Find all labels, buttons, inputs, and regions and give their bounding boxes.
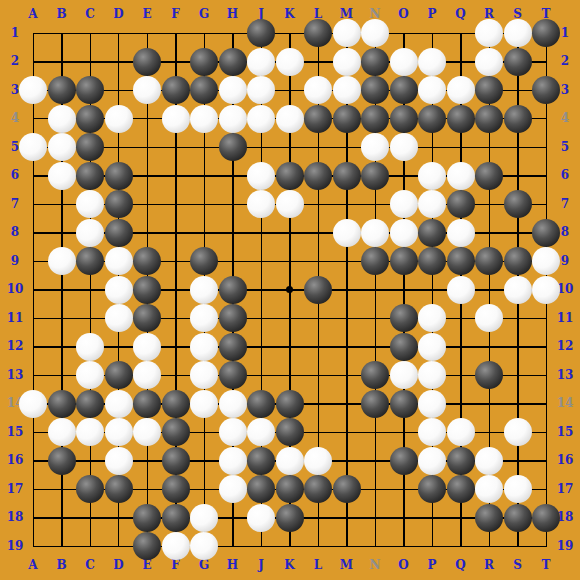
intersection-E19[interactable]: [133, 532, 162, 561]
intersection-N7[interactable]: [361, 190, 390, 219]
intersection-B18[interactable]: [47, 503, 76, 532]
intersection-L7[interactable]: [304, 190, 333, 219]
intersection-L5[interactable]: [304, 133, 333, 162]
intersection-M7[interactable]: [332, 190, 361, 219]
intersection-N19[interactable]: [361, 532, 390, 561]
intersection-C16[interactable]: [76, 446, 105, 475]
intersection-F4[interactable]: [161, 104, 190, 133]
intersection-T17[interactable]: [532, 475, 561, 504]
intersection-P6[interactable]: [418, 161, 447, 190]
intersection-G18[interactable]: [190, 503, 219, 532]
intersection-R19[interactable]: [475, 532, 504, 561]
intersection-Q11[interactable]: [446, 304, 475, 333]
intersection-S4[interactable]: [503, 104, 532, 133]
intersection-K2[interactable]: [275, 47, 304, 76]
intersection-J16[interactable]: [247, 446, 276, 475]
intersection-H2[interactable]: [218, 47, 247, 76]
intersection-F1[interactable]: [161, 19, 190, 48]
intersection-M3[interactable]: [332, 76, 361, 105]
intersection-B3[interactable]: [47, 76, 76, 105]
intersection-H11[interactable]: [218, 304, 247, 333]
intersection-N3[interactable]: [361, 76, 390, 105]
intersection-J15[interactable]: [247, 418, 276, 447]
intersection-D9[interactable]: [104, 247, 133, 276]
intersection-L16[interactable]: [304, 446, 333, 475]
intersection-L10[interactable]: [304, 275, 333, 304]
intersection-M10[interactable]: [332, 275, 361, 304]
intersection-P19[interactable]: [418, 532, 447, 561]
intersection-K12[interactable]: [275, 332, 304, 361]
intersection-A4[interactable]: [19, 104, 48, 133]
intersection-E5[interactable]: [133, 133, 162, 162]
intersection-E4[interactable]: [133, 104, 162, 133]
intersection-M12[interactable]: [332, 332, 361, 361]
intersection-R7[interactable]: [475, 190, 504, 219]
intersection-G1[interactable]: [190, 19, 219, 48]
intersection-L8[interactable]: [304, 218, 333, 247]
intersection-O2[interactable]: [389, 47, 418, 76]
intersection-N1[interactable]: [361, 19, 390, 48]
intersection-O3[interactable]: [389, 76, 418, 105]
intersection-N9[interactable]: [361, 247, 390, 276]
intersection-N4[interactable]: [361, 104, 390, 133]
intersection-A13[interactable]: [19, 361, 48, 390]
intersection-O14[interactable]: [389, 389, 418, 418]
intersection-O10[interactable]: [389, 275, 418, 304]
intersection-T6[interactable]: [532, 161, 561, 190]
intersection-P11[interactable]: [418, 304, 447, 333]
intersection-L9[interactable]: [304, 247, 333, 276]
intersection-Q9[interactable]: [446, 247, 475, 276]
intersection-L12[interactable]: [304, 332, 333, 361]
intersection-A1[interactable]: [19, 19, 48, 48]
intersection-D12[interactable]: [104, 332, 133, 361]
intersection-Q1[interactable]: [446, 19, 475, 48]
intersection-G2[interactable]: [190, 47, 219, 76]
intersection-P12[interactable]: [418, 332, 447, 361]
intersection-B9[interactable]: [47, 247, 76, 276]
intersection-E3[interactable]: [133, 76, 162, 105]
intersection-P18[interactable]: [418, 503, 447, 532]
intersection-B2[interactable]: [47, 47, 76, 76]
intersection-H1[interactable]: [218, 19, 247, 48]
intersection-J11[interactable]: [247, 304, 276, 333]
intersection-E9[interactable]: [133, 247, 162, 276]
intersection-G17[interactable]: [190, 475, 219, 504]
intersection-G16[interactable]: [190, 446, 219, 475]
intersection-D17[interactable]: [104, 475, 133, 504]
intersection-J13[interactable]: [247, 361, 276, 390]
intersection-D10[interactable]: [104, 275, 133, 304]
intersection-C19[interactable]: [76, 532, 105, 561]
intersection-D5[interactable]: [104, 133, 133, 162]
intersection-D15[interactable]: [104, 418, 133, 447]
intersection-P13[interactable]: [418, 361, 447, 390]
intersection-H17[interactable]: [218, 475, 247, 504]
intersection-J12[interactable]: [247, 332, 276, 361]
intersection-A8[interactable]: [19, 218, 48, 247]
intersection-C5[interactable]: [76, 133, 105, 162]
intersection-A16[interactable]: [19, 446, 48, 475]
intersection-N13[interactable]: [361, 361, 390, 390]
intersection-J17[interactable]: [247, 475, 276, 504]
intersection-M4[interactable]: [332, 104, 361, 133]
intersection-F10[interactable]: [161, 275, 190, 304]
intersection-K5[interactable]: [275, 133, 304, 162]
intersection-J10[interactable]: [247, 275, 276, 304]
intersection-F2[interactable]: [161, 47, 190, 76]
intersection-O15[interactable]: [389, 418, 418, 447]
intersection-Q2[interactable]: [446, 47, 475, 76]
intersection-R13[interactable]: [475, 361, 504, 390]
intersection-L19[interactable]: [304, 532, 333, 561]
intersection-N11[interactable]: [361, 304, 390, 333]
intersection-R18[interactable]: [475, 503, 504, 532]
intersection-J7[interactable]: [247, 190, 276, 219]
intersection-F13[interactable]: [161, 361, 190, 390]
intersection-K10[interactable]: [275, 275, 304, 304]
intersection-L4[interactable]: [304, 104, 333, 133]
intersection-B6[interactable]: [47, 161, 76, 190]
intersection-P9[interactable]: [418, 247, 447, 276]
intersection-G11[interactable]: [190, 304, 219, 333]
intersection-L18[interactable]: [304, 503, 333, 532]
intersection-N6[interactable]: [361, 161, 390, 190]
intersection-S19[interactable]: [503, 532, 532, 561]
intersection-N12[interactable]: [361, 332, 390, 361]
intersection-S18[interactable]: [503, 503, 532, 532]
intersection-Q6[interactable]: [446, 161, 475, 190]
intersection-F3[interactable]: [161, 76, 190, 105]
intersection-J18[interactable]: [247, 503, 276, 532]
intersection-D18[interactable]: [104, 503, 133, 532]
intersection-N18[interactable]: [361, 503, 390, 532]
intersection-Q16[interactable]: [446, 446, 475, 475]
intersection-R12[interactable]: [475, 332, 504, 361]
intersection-T7[interactable]: [532, 190, 561, 219]
intersection-Q13[interactable]: [446, 361, 475, 390]
intersection-D11[interactable]: [104, 304, 133, 333]
intersection-F14[interactable]: [161, 389, 190, 418]
intersection-M2[interactable]: [332, 47, 361, 76]
intersection-M14[interactable]: [332, 389, 361, 418]
intersection-B16[interactable]: [47, 446, 76, 475]
intersection-D14[interactable]: [104, 389, 133, 418]
intersection-N17[interactable]: [361, 475, 390, 504]
intersection-M8[interactable]: [332, 218, 361, 247]
intersection-M9[interactable]: [332, 247, 361, 276]
intersection-A12[interactable]: [19, 332, 48, 361]
intersection-K14[interactable]: [275, 389, 304, 418]
intersection-S17[interactable]: [503, 475, 532, 504]
intersection-D1[interactable]: [104, 19, 133, 48]
intersection-T9[interactable]: [532, 247, 561, 276]
intersection-A9[interactable]: [19, 247, 48, 276]
intersection-S14[interactable]: [503, 389, 532, 418]
intersection-E16[interactable]: [133, 446, 162, 475]
intersection-H9[interactable]: [218, 247, 247, 276]
intersection-M6[interactable]: [332, 161, 361, 190]
intersection-Q3[interactable]: [446, 76, 475, 105]
intersection-F15[interactable]: [161, 418, 190, 447]
intersection-O16[interactable]: [389, 446, 418, 475]
intersection-B15[interactable]: [47, 418, 76, 447]
intersection-H18[interactable]: [218, 503, 247, 532]
intersection-N15[interactable]: [361, 418, 390, 447]
intersection-P14[interactable]: [418, 389, 447, 418]
intersection-E11[interactable]: [133, 304, 162, 333]
intersection-K6[interactable]: [275, 161, 304, 190]
intersection-G13[interactable]: [190, 361, 219, 390]
intersection-L13[interactable]: [304, 361, 333, 390]
intersection-S10[interactable]: [503, 275, 532, 304]
intersection-G4[interactable]: [190, 104, 219, 133]
intersection-R16[interactable]: [475, 446, 504, 475]
intersection-H4[interactable]: [218, 104, 247, 133]
intersection-M19[interactable]: [332, 532, 361, 561]
intersection-H16[interactable]: [218, 446, 247, 475]
intersection-T10[interactable]: [532, 275, 561, 304]
intersection-P3[interactable]: [418, 76, 447, 105]
intersection-T18[interactable]: [532, 503, 561, 532]
intersection-S15[interactable]: [503, 418, 532, 447]
intersection-D6[interactable]: [104, 161, 133, 190]
intersection-O7[interactable]: [389, 190, 418, 219]
intersection-K19[interactable]: [275, 532, 304, 561]
intersection-B17[interactable]: [47, 475, 76, 504]
intersection-T11[interactable]: [532, 304, 561, 333]
intersection-D19[interactable]: [104, 532, 133, 561]
intersection-G7[interactable]: [190, 190, 219, 219]
intersection-K16[interactable]: [275, 446, 304, 475]
intersection-B13[interactable]: [47, 361, 76, 390]
intersection-S16[interactable]: [503, 446, 532, 475]
intersection-C2[interactable]: [76, 47, 105, 76]
intersection-H6[interactable]: [218, 161, 247, 190]
intersection-C6[interactable]: [76, 161, 105, 190]
intersection-E18[interactable]: [133, 503, 162, 532]
intersection-N2[interactable]: [361, 47, 390, 76]
intersection-P17[interactable]: [418, 475, 447, 504]
intersection-O9[interactable]: [389, 247, 418, 276]
intersection-A18[interactable]: [19, 503, 48, 532]
intersection-P15[interactable]: [418, 418, 447, 447]
intersection-J9[interactable]: [247, 247, 276, 276]
intersection-L15[interactable]: [304, 418, 333, 447]
intersection-G8[interactable]: [190, 218, 219, 247]
intersection-L17[interactable]: [304, 475, 333, 504]
intersection-G5[interactable]: [190, 133, 219, 162]
intersection-R5[interactable]: [475, 133, 504, 162]
intersection-C3[interactable]: [76, 76, 105, 105]
intersection-C8[interactable]: [76, 218, 105, 247]
intersection-M17[interactable]: [332, 475, 361, 504]
intersection-A19[interactable]: [19, 532, 48, 561]
intersection-S7[interactable]: [503, 190, 532, 219]
intersection-F8[interactable]: [161, 218, 190, 247]
intersection-Q4[interactable]: [446, 104, 475, 133]
intersection-R1[interactable]: [475, 19, 504, 48]
intersection-K8[interactable]: [275, 218, 304, 247]
intersection-F16[interactable]: [161, 446, 190, 475]
intersection-P5[interactable]: [418, 133, 447, 162]
intersection-C17[interactable]: [76, 475, 105, 504]
intersection-J3[interactable]: [247, 76, 276, 105]
intersection-O18[interactable]: [389, 503, 418, 532]
intersection-G12[interactable]: [190, 332, 219, 361]
intersection-T12[interactable]: [532, 332, 561, 361]
intersection-B5[interactable]: [47, 133, 76, 162]
intersection-N10[interactable]: [361, 275, 390, 304]
intersection-H7[interactable]: [218, 190, 247, 219]
intersection-O12[interactable]: [389, 332, 418, 361]
intersection-F11[interactable]: [161, 304, 190, 333]
intersection-H3[interactable]: [218, 76, 247, 105]
intersection-L6[interactable]: [304, 161, 333, 190]
intersection-P8[interactable]: [418, 218, 447, 247]
intersection-S6[interactable]: [503, 161, 532, 190]
intersection-O1[interactable]: [389, 19, 418, 48]
intersection-D4[interactable]: [104, 104, 133, 133]
intersection-Q15[interactable]: [446, 418, 475, 447]
intersection-Q12[interactable]: [446, 332, 475, 361]
intersection-C18[interactable]: [76, 503, 105, 532]
intersection-J8[interactable]: [247, 218, 276, 247]
intersection-B7[interactable]: [47, 190, 76, 219]
intersection-A10[interactable]: [19, 275, 48, 304]
intersection-P2[interactable]: [418, 47, 447, 76]
intersection-Q7[interactable]: [446, 190, 475, 219]
intersection-H19[interactable]: [218, 532, 247, 561]
intersection-H15[interactable]: [218, 418, 247, 447]
intersection-E17[interactable]: [133, 475, 162, 504]
intersection-F9[interactable]: [161, 247, 190, 276]
intersection-K9[interactable]: [275, 247, 304, 276]
intersection-E2[interactable]: [133, 47, 162, 76]
intersection-H13[interactable]: [218, 361, 247, 390]
intersection-N8[interactable]: [361, 218, 390, 247]
intersection-E8[interactable]: [133, 218, 162, 247]
intersection-T2[interactable]: [532, 47, 561, 76]
intersection-S9[interactable]: [503, 247, 532, 276]
intersection-L1[interactable]: [304, 19, 333, 48]
intersection-G3[interactable]: [190, 76, 219, 105]
intersection-R15[interactable]: [475, 418, 504, 447]
intersection-R14[interactable]: [475, 389, 504, 418]
intersection-J19[interactable]: [247, 532, 276, 561]
intersection-S12[interactable]: [503, 332, 532, 361]
intersection-Q19[interactable]: [446, 532, 475, 561]
intersection-B19[interactable]: [47, 532, 76, 561]
intersection-B11[interactable]: [47, 304, 76, 333]
intersection-R3[interactable]: [475, 76, 504, 105]
intersection-J6[interactable]: [247, 161, 276, 190]
intersection-C10[interactable]: [76, 275, 105, 304]
intersection-S2[interactable]: [503, 47, 532, 76]
intersection-E1[interactable]: [133, 19, 162, 48]
intersection-G19[interactable]: [190, 532, 219, 561]
intersection-T15[interactable]: [532, 418, 561, 447]
intersection-S5[interactable]: [503, 133, 532, 162]
intersection-K18[interactable]: [275, 503, 304, 532]
intersection-K13[interactable]: [275, 361, 304, 390]
intersection-C7[interactable]: [76, 190, 105, 219]
intersection-O4[interactable]: [389, 104, 418, 133]
intersection-E13[interactable]: [133, 361, 162, 390]
intersection-C15[interactable]: [76, 418, 105, 447]
intersection-D16[interactable]: [104, 446, 133, 475]
intersection-S11[interactable]: [503, 304, 532, 333]
intersection-A6[interactable]: [19, 161, 48, 190]
intersection-C13[interactable]: [76, 361, 105, 390]
intersection-Q17[interactable]: [446, 475, 475, 504]
intersection-F17[interactable]: [161, 475, 190, 504]
intersection-O19[interactable]: [389, 532, 418, 561]
intersection-R4[interactable]: [475, 104, 504, 133]
intersection-R6[interactable]: [475, 161, 504, 190]
intersection-C14[interactable]: [76, 389, 105, 418]
intersection-B4[interactable]: [47, 104, 76, 133]
intersection-A2[interactable]: [19, 47, 48, 76]
intersection-F18[interactable]: [161, 503, 190, 532]
intersection-E15[interactable]: [133, 418, 162, 447]
intersection-J5[interactable]: [247, 133, 276, 162]
intersection-R10[interactable]: [475, 275, 504, 304]
intersection-B12[interactable]: [47, 332, 76, 361]
intersection-K4[interactable]: [275, 104, 304, 133]
intersection-K15[interactable]: [275, 418, 304, 447]
intersection-O5[interactable]: [389, 133, 418, 162]
intersection-M11[interactable]: [332, 304, 361, 333]
intersection-A3[interactable]: [19, 76, 48, 105]
intersection-J4[interactable]: [247, 104, 276, 133]
intersection-O17[interactable]: [389, 475, 418, 504]
intersection-N14[interactable]: [361, 389, 390, 418]
intersection-C4[interactable]: [76, 104, 105, 133]
intersection-A15[interactable]: [19, 418, 48, 447]
intersection-C12[interactable]: [76, 332, 105, 361]
intersection-T8[interactable]: [532, 218, 561, 247]
intersection-D3[interactable]: [104, 76, 133, 105]
intersection-Q8[interactable]: [446, 218, 475, 247]
intersection-E12[interactable]: [133, 332, 162, 361]
intersection-E14[interactable]: [133, 389, 162, 418]
intersection-T13[interactable]: [532, 361, 561, 390]
intersection-D2[interactable]: [104, 47, 133, 76]
intersection-A17[interactable]: [19, 475, 48, 504]
intersection-B10[interactable]: [47, 275, 76, 304]
intersection-P10[interactable]: [418, 275, 447, 304]
intersection-D7[interactable]: [104, 190, 133, 219]
intersection-F5[interactable]: [161, 133, 190, 162]
intersection-Q18[interactable]: [446, 503, 475, 532]
intersection-T1[interactable]: [532, 19, 561, 48]
intersection-M15[interactable]: [332, 418, 361, 447]
intersection-Q10[interactable]: [446, 275, 475, 304]
intersection-B1[interactable]: [47, 19, 76, 48]
intersection-E6[interactable]: [133, 161, 162, 190]
intersection-F6[interactable]: [161, 161, 190, 190]
intersection-H8[interactable]: [218, 218, 247, 247]
intersection-O13[interactable]: [389, 361, 418, 390]
intersection-F12[interactable]: [161, 332, 190, 361]
intersection-F19[interactable]: [161, 532, 190, 561]
intersection-H14[interactable]: [218, 389, 247, 418]
intersection-P1[interactable]: [418, 19, 447, 48]
intersection-C1[interactable]: [76, 19, 105, 48]
intersection-G6[interactable]: [190, 161, 219, 190]
intersection-K3[interactable]: [275, 76, 304, 105]
